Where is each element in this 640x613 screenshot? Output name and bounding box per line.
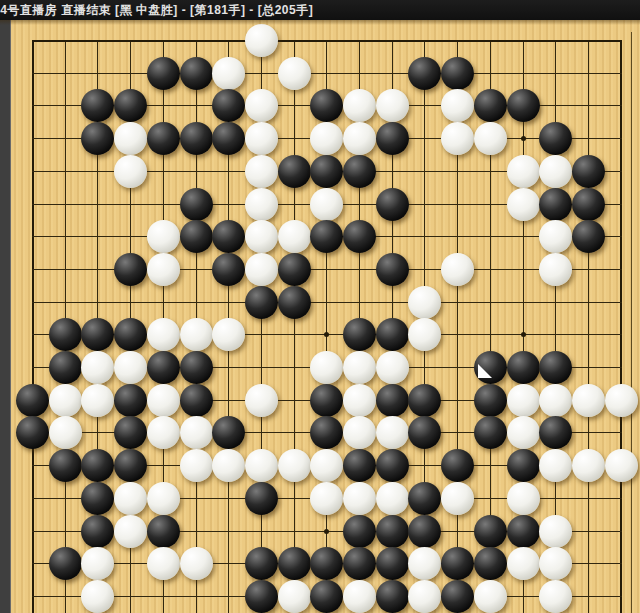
- white-stone[interactable]: [343, 89, 376, 122]
- white-stone[interactable]: [278, 57, 311, 90]
- white-stone[interactable]: [376, 351, 409, 384]
- white-stone[interactable]: [147, 253, 180, 286]
- black-stone[interactable]: [180, 220, 213, 253]
- black-stone[interactable]: [408, 416, 441, 449]
- black-stone[interactable]: [507, 351, 540, 384]
- white-stone[interactable]: [212, 57, 245, 90]
- star-point: [521, 136, 526, 141]
- black-stone[interactable]: [376, 449, 409, 482]
- black-stone[interactable]: [147, 351, 180, 384]
- white-stone[interactable]: [539, 384, 572, 417]
- white-stone[interactable]: [605, 384, 638, 417]
- star-point: [324, 529, 329, 534]
- black-stone[interactable]: [408, 515, 441, 548]
- black-stone[interactable]: [147, 515, 180, 548]
- black-stone[interactable]: [114, 416, 147, 449]
- black-stone[interactable]: [441, 580, 474, 613]
- black-stone[interactable]: [441, 449, 474, 482]
- last-move-marker: [478, 364, 492, 378]
- grid-line-vertical: [620, 40, 622, 613]
- white-stone[interactable]: [310, 482, 343, 515]
- black-stone[interactable]: [180, 384, 213, 417]
- black-stone[interactable]: [408, 384, 441, 417]
- white-stone[interactable]: [147, 220, 180, 253]
- white-stone[interactable]: [441, 482, 474, 515]
- black-stone[interactable]: [376, 547, 409, 580]
- white-stone[interactable]: [408, 318, 441, 351]
- white-stone[interactable]: [441, 253, 474, 286]
- white-stone[interactable]: [114, 155, 147, 188]
- grid-line-horizontal: [32, 302, 623, 303]
- black-stone[interactable]: [310, 580, 343, 613]
- black-stone[interactable]: [376, 253, 409, 286]
- white-stone[interactable]: [310, 122, 343, 155]
- white-stone[interactable]: [278, 580, 311, 613]
- side-panel: [0, 20, 11, 613]
- white-stone[interactable]: [245, 253, 278, 286]
- black-stone[interactable]: [212, 122, 245, 155]
- black-stone[interactable]: [343, 220, 376, 253]
- black-stone[interactable]: [507, 515, 540, 548]
- black-stone[interactable]: [49, 449, 82, 482]
- white-stone[interactable]: [245, 155, 278, 188]
- white-stone[interactable]: [408, 547, 441, 580]
- go-board[interactable]: [0, 20, 640, 613]
- black-stone[interactable]: [278, 155, 311, 188]
- black-stone[interactable]: [539, 416, 572, 449]
- black-stone[interactable]: [572, 188, 605, 221]
- white-stone[interactable]: [408, 580, 441, 613]
- black-stone[interactable]: [376, 188, 409, 221]
- white-stone[interactable]: [245, 24, 278, 57]
- white-stone[interactable]: [441, 89, 474, 122]
- grid-line-vertical: [588, 40, 589, 613]
- black-stone[interactable]: [310, 547, 343, 580]
- black-stone[interactable]: [474, 547, 507, 580]
- black-stone[interactable]: [310, 220, 343, 253]
- white-stone[interactable]: [539, 253, 572, 286]
- white-stone[interactable]: [212, 318, 245, 351]
- black-stone[interactable]: [408, 482, 441, 515]
- black-stone[interactable]: [507, 449, 540, 482]
- white-stone[interactable]: [147, 482, 180, 515]
- white-stone[interactable]: [507, 416, 540, 449]
- white-stone[interactable]: [343, 580, 376, 613]
- white-stone[interactable]: [343, 384, 376, 417]
- grid-line-vertical: [32, 40, 34, 613]
- white-stone[interactable]: [278, 449, 311, 482]
- black-stone[interactable]: [343, 547, 376, 580]
- white-stone[interactable]: [474, 580, 507, 613]
- white-stone[interactable]: [539, 449, 572, 482]
- black-stone[interactable]: [278, 253, 311, 286]
- black-stone[interactable]: [16, 416, 49, 449]
- white-stone[interactable]: [180, 547, 213, 580]
- black-stone[interactable]: [49, 547, 82, 580]
- black-stone[interactable]: [343, 318, 376, 351]
- black-stone[interactable]: [212, 89, 245, 122]
- white-stone[interactable]: [245, 89, 278, 122]
- black-stone[interactable]: [114, 384, 147, 417]
- white-stone[interactable]: [245, 188, 278, 221]
- black-stone[interactable]: [572, 155, 605, 188]
- black-stone[interactable]: [474, 416, 507, 449]
- white-stone[interactable]: [147, 318, 180, 351]
- white-stone[interactable]: [147, 547, 180, 580]
- white-stone[interactable]: [147, 384, 180, 417]
- white-stone[interactable]: [114, 351, 147, 384]
- board-top-shadow: [0, 20, 640, 25]
- white-stone[interactable]: [605, 449, 638, 482]
- white-stone[interactable]: [376, 482, 409, 515]
- black-stone[interactable]: [507, 89, 540, 122]
- title-bar: 54号直播房 直播结束 [黑 中盘胜] - [第181手] - [总205手]: [0, 0, 640, 20]
- board-outer-edge: [631, 32, 632, 613]
- black-stone[interactable]: [310, 384, 343, 417]
- white-stone[interactable]: [539, 515, 572, 548]
- black-stone[interactable]: [474, 384, 507, 417]
- white-stone[interactable]: [507, 155, 540, 188]
- white-stone[interactable]: [245, 449, 278, 482]
- white-stone[interactable]: [81, 351, 114, 384]
- grid-line-horizontal: [32, 73, 623, 74]
- black-stone[interactable]: [376, 515, 409, 548]
- white-stone[interactable]: [180, 318, 213, 351]
- white-stone[interactable]: [572, 449, 605, 482]
- white-stone[interactable]: [343, 351, 376, 384]
- black-stone[interactable]: [81, 122, 114, 155]
- black-stone[interactable]: [81, 515, 114, 548]
- black-stone[interactable]: [212, 220, 245, 253]
- black-stone[interactable]: [376, 318, 409, 351]
- white-stone[interactable]: [572, 384, 605, 417]
- black-stone[interactable]: [278, 547, 311, 580]
- black-stone[interactable]: [114, 253, 147, 286]
- black-stone[interactable]: [114, 89, 147, 122]
- black-stone[interactable]: [114, 449, 147, 482]
- black-stone[interactable]: [310, 89, 343, 122]
- star-point: [324, 332, 329, 337]
- white-stone[interactable]: [507, 384, 540, 417]
- black-stone[interactable]: [441, 547, 474, 580]
- white-stone[interactable]: [310, 449, 343, 482]
- white-stone[interactable]: [180, 416, 213, 449]
- title-text: 54号直播房 直播结束 [黑 中盘胜] - [第181手] - [总205手]: [0, 0, 313, 20]
- black-stone[interactable]: [81, 449, 114, 482]
- white-stone[interactable]: [474, 122, 507, 155]
- black-stone[interactable]: [474, 515, 507, 548]
- black-stone[interactable]: [212, 416, 245, 449]
- black-stone[interactable]: [180, 188, 213, 221]
- black-stone[interactable]: [114, 318, 147, 351]
- black-stone[interactable]: [245, 286, 278, 319]
- white-stone[interactable]: [81, 384, 114, 417]
- white-stone[interactable]: [49, 416, 82, 449]
- white-stone[interactable]: [343, 416, 376, 449]
- black-stone[interactable]: [147, 122, 180, 155]
- white-stone[interactable]: [441, 122, 474, 155]
- white-stone[interactable]: [147, 416, 180, 449]
- black-stone[interactable]: [180, 122, 213, 155]
- black-stone[interactable]: [245, 547, 278, 580]
- black-stone[interactable]: [81, 89, 114, 122]
- black-stone[interactable]: [81, 482, 114, 515]
- white-stone[interactable]: [310, 188, 343, 221]
- white-stone[interactable]: [114, 482, 147, 515]
- black-stone[interactable]: [343, 155, 376, 188]
- black-stone[interactable]: [147, 57, 180, 90]
- black-stone[interactable]: [310, 155, 343, 188]
- black-stone[interactable]: [474, 89, 507, 122]
- black-stone[interactable]: [310, 416, 343, 449]
- white-stone[interactable]: [245, 384, 278, 417]
- black-stone[interactable]: [539, 188, 572, 221]
- black-stone[interactable]: [539, 122, 572, 155]
- black-stone[interactable]: [245, 482, 278, 515]
- white-stone[interactable]: [507, 482, 540, 515]
- black-stone[interactable]: [474, 351, 507, 384]
- black-stone[interactable]: [539, 351, 572, 384]
- black-stone[interactable]: [49, 318, 82, 351]
- white-stone[interactable]: [507, 188, 540, 221]
- black-stone[interactable]: [376, 122, 409, 155]
- white-stone[interactable]: [539, 220, 572, 253]
- black-stone[interactable]: [441, 57, 474, 90]
- black-stone[interactable]: [180, 57, 213, 90]
- white-stone[interactable]: [408, 286, 441, 319]
- white-stone[interactable]: [507, 547, 540, 580]
- white-stone[interactable]: [114, 515, 147, 548]
- black-stone[interactable]: [343, 449, 376, 482]
- white-stone[interactable]: [114, 122, 147, 155]
- black-stone[interactable]: [376, 384, 409, 417]
- black-stone[interactable]: [408, 57, 441, 90]
- white-stone[interactable]: [310, 351, 343, 384]
- white-stone[interactable]: [212, 449, 245, 482]
- white-stone[interactable]: [81, 547, 114, 580]
- grid-line-horizontal: [32, 40, 623, 42]
- black-stone[interactable]: [376, 580, 409, 613]
- black-stone[interactable]: [212, 253, 245, 286]
- grid-line-vertical: [294, 40, 295, 613]
- black-stone[interactable]: [49, 351, 82, 384]
- white-stone[interactable]: [81, 580, 114, 613]
- white-stone[interactable]: [343, 482, 376, 515]
- white-stone[interactable]: [278, 220, 311, 253]
- white-stone[interactable]: [49, 384, 82, 417]
- white-stone[interactable]: [245, 220, 278, 253]
- black-stone[interactable]: [572, 220, 605, 253]
- white-stone[interactable]: [180, 449, 213, 482]
- black-stone[interactable]: [245, 580, 278, 613]
- white-stone[interactable]: [539, 547, 572, 580]
- black-stone[interactable]: [81, 318, 114, 351]
- app-window: 54号直播房 直播结束 [黑 中盘胜] - [第181手] - [总205手]: [0, 0, 640, 613]
- white-stone[interactable]: [539, 580, 572, 613]
- white-stone[interactable]: [245, 122, 278, 155]
- black-stone[interactable]: [180, 351, 213, 384]
- black-stone[interactable]: [16, 384, 49, 417]
- white-stone[interactable]: [376, 416, 409, 449]
- black-stone[interactable]: [343, 515, 376, 548]
- star-point: [521, 332, 526, 337]
- white-stone[interactable]: [539, 155, 572, 188]
- white-stone[interactable]: [343, 122, 376, 155]
- white-stone[interactable]: [376, 89, 409, 122]
- black-stone[interactable]: [278, 286, 311, 319]
